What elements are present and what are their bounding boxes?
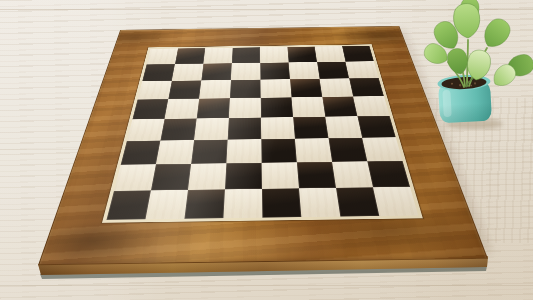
square-h4 <box>357 116 395 138</box>
square-g7 <box>317 62 349 79</box>
potted-plant <box>419 0 533 130</box>
square-c6 <box>199 80 231 99</box>
square-g5 <box>322 97 357 117</box>
square-g3 <box>329 138 368 162</box>
square-g4 <box>325 116 362 138</box>
square-h8 <box>342 46 374 62</box>
square-a4 <box>127 119 165 141</box>
square-e6 <box>260 79 291 98</box>
square-f2 <box>297 162 336 189</box>
square-h1 <box>373 187 418 216</box>
square-c1 <box>184 189 225 218</box>
square-h6 <box>349 78 384 97</box>
board-margin <box>102 44 423 222</box>
square-c4 <box>194 118 229 140</box>
square-d3 <box>226 139 261 163</box>
square-d8 <box>232 47 260 63</box>
square-b6 <box>168 80 201 99</box>
square-d2 <box>225 163 262 190</box>
product-photo-scene <box>0 0 533 300</box>
square-d7 <box>231 63 261 80</box>
square-f3 <box>295 138 332 162</box>
square-a2 <box>114 164 156 191</box>
square-a6 <box>138 81 172 100</box>
square-e2 <box>262 162 299 189</box>
square-h3 <box>362 137 402 161</box>
square-a1 <box>106 190 150 219</box>
square-d6 <box>230 80 261 99</box>
square-b1 <box>145 190 187 219</box>
square-f6 <box>290 79 322 98</box>
square-f8 <box>287 47 317 63</box>
square-a8 <box>147 48 178 64</box>
square-c5 <box>197 98 230 118</box>
square-e1 <box>262 188 301 217</box>
square-b7 <box>172 64 204 81</box>
square-b8 <box>175 48 205 64</box>
square-a5 <box>132 99 168 119</box>
square-a3 <box>121 141 161 165</box>
square-g6 <box>320 78 354 97</box>
square-d4 <box>228 118 262 140</box>
square-b5 <box>165 99 200 119</box>
square-g1 <box>336 187 379 216</box>
square-b4 <box>160 118 196 140</box>
board-grid <box>106 46 418 220</box>
square-f7 <box>289 62 320 79</box>
square-f4 <box>293 117 328 139</box>
square-d5 <box>229 98 261 118</box>
square-c2 <box>188 163 226 190</box>
square-e4 <box>261 117 295 139</box>
square-d1 <box>223 189 262 218</box>
square-b3 <box>156 140 194 164</box>
square-h5 <box>353 96 389 116</box>
square-h7 <box>345 61 378 78</box>
plant-leaves <box>421 0 533 91</box>
square-e5 <box>261 97 293 117</box>
square-a7 <box>142 64 175 81</box>
square-h2 <box>367 161 410 187</box>
square-g8 <box>315 46 346 62</box>
square-b2 <box>151 164 191 191</box>
square-g2 <box>332 161 373 187</box>
square-e8 <box>260 47 289 63</box>
square-e3 <box>261 139 297 163</box>
square-c3 <box>191 140 228 164</box>
leaf <box>479 15 515 53</box>
square-c8 <box>203 48 232 64</box>
square-c7 <box>201 63 231 80</box>
square-f1 <box>299 188 340 217</box>
square-e7 <box>260 62 290 79</box>
square-f5 <box>292 97 326 117</box>
